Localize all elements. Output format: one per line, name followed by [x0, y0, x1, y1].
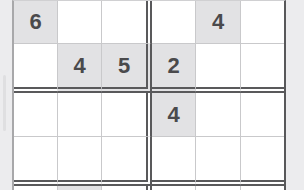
cell-r3c1[interactable] [14, 93, 58, 137]
cell-r2c3[interactable]: 5 [102, 44, 152, 93]
cell-r2c5[interactable] [196, 44, 241, 93]
cell-r2c1[interactable] [14, 44, 58, 93]
cell-r1c4[interactable] [152, 1, 196, 44]
scrollbar-thumb[interactable] [3, 75, 6, 131]
cell-r1c1[interactable]: 6 [14, 1, 58, 44]
cell-r4c5[interactable] [196, 137, 241, 186]
cell-r3c2[interactable] [58, 93, 102, 137]
cell-r3c3[interactable] [102, 93, 152, 137]
scrollbar-track[interactable] [0, 0, 12, 190]
sudoku-app-viewport: 644524 [0, 0, 304, 190]
cell-r1c5[interactable]: 4 [196, 1, 241, 44]
board-row-4 [14, 137, 284, 186]
cell-r5c3[interactable] [102, 186, 152, 190]
cell-r5c6[interactable] [241, 186, 284, 190]
board-row-2: 452 [14, 44, 284, 93]
cell-r4c3[interactable] [102, 137, 152, 186]
cell-r1c2[interactable] [58, 1, 102, 44]
board-row-3: 4 [14, 93, 284, 137]
cell-r4c6[interactable] [241, 137, 284, 186]
cell-r4c1[interactable] [14, 137, 58, 186]
cell-r5c2[interactable] [58, 186, 102, 190]
cell-r5c5[interactable] [196, 186, 241, 190]
cell-r4c4[interactable] [152, 137, 196, 186]
cell-r5c4[interactable] [152, 186, 196, 190]
board-row-1: 64 [14, 1, 284, 44]
cell-r3c4[interactable]: 4 [152, 93, 196, 137]
cell-r2c4[interactable]: 2 [152, 44, 196, 93]
cell-r1c3[interactable] [102, 1, 152, 44]
cell-r3c5[interactable] [196, 93, 241, 137]
cell-r5c1[interactable] [14, 186, 58, 190]
cell-r2c6[interactable] [241, 44, 284, 93]
board-row-5 [14, 186, 284, 190]
sudoku-board: 644524 [12, 0, 286, 190]
cell-r4c2[interactable] [58, 137, 102, 186]
cell-r3c6[interactable] [241, 93, 284, 137]
cell-r1c6[interactable] [241, 1, 284, 44]
cell-r2c2[interactable]: 4 [58, 44, 102, 93]
